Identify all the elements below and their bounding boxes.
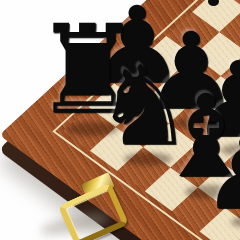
black-pawn-glyph: ♟ <box>202 124 240 224</box>
chess-set-photo: ♜♟♞♟♟♝♟ <box>0 0 240 240</box>
latch-ring <box>57 182 129 240</box>
